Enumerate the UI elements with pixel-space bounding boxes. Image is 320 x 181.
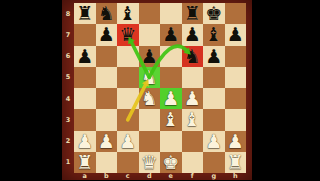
piece-black-p-b7[interactable]: ♟ [98,25,115,44]
piece-black-r-a8[interactable]: ♜ [76,4,93,23]
square-a2[interactable]: ♟ [74,131,96,152]
square-d8[interactable] [139,3,161,24]
rank-label-2: 2 [62,131,74,152]
square-d1[interactable]: ♛ [139,152,161,173]
square-f3[interactable]: ♝ [182,109,204,130]
square-g4[interactable] [203,88,225,109]
file-label-g: g [203,173,225,181]
piece-black-n-f6[interactable]: ♞ [184,47,201,66]
square-c5[interactable] [117,67,139,88]
piece-black-p-f7[interactable]: ♟ [184,25,201,44]
piece-black-k-g8[interactable]: ♚ [205,4,222,23]
square-d4[interactable]: ♞ [139,88,161,109]
square-b3[interactable] [96,109,118,130]
rank-labels: 87654321 [62,3,74,173]
square-h5[interactable] [225,67,247,88]
piece-white-p-e4[interactable]: ♟ [162,89,179,108]
square-f8[interactable]: ♜ [182,3,204,24]
square-f5[interactable] [182,67,204,88]
piece-white-q-d1[interactable]: ♛ [141,153,158,172]
square-f4[interactable]: ♟ [182,88,204,109]
square-g7[interactable]: ♝ [203,24,225,45]
rank-label-7: 7 [62,24,74,45]
file-label-a: a [74,173,96,181]
square-g6[interactable]: ♟ [203,46,225,67]
square-e6[interactable] [160,46,182,67]
square-b7[interactable]: ♟ [96,24,118,45]
square-a7[interactable] [74,24,96,45]
piece-black-p-h7[interactable]: ♟ [227,25,244,44]
piece-black-n-b8[interactable]: ♞ [98,4,115,23]
piece-white-p-b2[interactable]: ♟ [98,132,115,151]
piece-white-p-h2[interactable]: ♟ [227,132,244,151]
square-c4[interactable] [117,88,139,109]
square-d6[interactable]: ♟ [139,46,161,67]
square-h3[interactable] [225,109,247,130]
square-a6[interactable]: ♟ [74,46,96,67]
square-d5[interactable]: ♞ [139,67,161,88]
file-label-d: d [139,173,161,181]
file-label-b: b [96,173,118,181]
square-b2[interactable]: ♟ [96,131,118,152]
board-frame: 87654321 abcdefgh ♜♞♝♜♚♟♛♟♟♝♟♟♟♞♟♞♞♟♟♝♝♟… [62,0,252,180]
rank-label-6: 6 [62,46,74,67]
piece-white-n-d4[interactable]: ♞ [141,89,158,108]
square-h1[interactable]: ♜ [225,152,247,173]
square-a3[interactable] [74,109,96,130]
rank-label-1: 1 [62,152,74,173]
piece-black-b-g7[interactable]: ♝ [205,25,222,44]
file-label-h: h [225,173,247,181]
rank-label-8: 8 [62,3,74,24]
square-a1[interactable]: ♜ [74,152,96,173]
square-d3[interactable] [139,109,161,130]
square-a5[interactable] [74,67,96,88]
square-a8[interactable]: ♜ [74,3,96,24]
square-e7[interactable]: ♟ [160,24,182,45]
square-f2[interactable] [182,131,204,152]
piece-black-p-g6[interactable]: ♟ [205,47,222,66]
square-h2[interactable]: ♟ [225,131,247,152]
square-b1[interactable] [96,152,118,173]
square-a4[interactable] [74,88,96,109]
square-e2[interactable] [160,131,182,152]
square-f7[interactable]: ♟ [182,24,204,45]
piece-white-k-e1[interactable]: ♚ [162,153,179,172]
rank-label-4: 4 [62,88,74,109]
file-label-c: c [117,173,139,181]
square-e1[interactable]: ♚ [160,152,182,173]
square-g3[interactable] [203,109,225,130]
piece-black-p-a6[interactable]: ♟ [76,47,93,66]
piece-white-p-a2[interactable]: ♟ [76,132,93,151]
square-c3[interactable] [117,109,139,130]
piece-black-p-d6[interactable]: ♟ [141,47,158,66]
piece-white-p-f4[interactable]: ♟ [184,89,201,108]
piece-white-r-a1[interactable]: ♜ [76,153,93,172]
square-d2[interactable] [139,131,161,152]
square-f6[interactable]: ♞ [182,46,204,67]
square-f1[interactable] [182,152,204,173]
square-e5[interactable] [160,67,182,88]
square-d7[interactable] [139,24,161,45]
square-c1[interactable] [117,152,139,173]
square-h4[interactable] [225,88,247,109]
video-letterbox: 87654321 abcdefgh ♜♞♝♜♚♟♛♟♟♝♟♟♟♞♟♞♞♟♟♝♝♟… [0,0,320,180]
square-e3[interactable]: ♝ [160,109,182,130]
square-g8[interactable]: ♚ [203,3,225,24]
piece-white-b-e3[interactable]: ♝ [162,110,179,129]
square-c6[interactable] [117,46,139,67]
square-g2[interactable]: ♟ [203,131,225,152]
square-c7[interactable]: ♛ [117,24,139,45]
piece-white-n-d5[interactable]: ♞ [141,68,158,87]
square-e8[interactable] [160,3,182,24]
rank-label-5: 5 [62,67,74,88]
square-b6[interactable] [96,46,118,67]
piece-white-p-g2[interactable]: ♟ [205,132,222,151]
piece-white-r-h1[interactable]: ♜ [227,153,244,172]
piece-white-b-f3[interactable]: ♝ [184,110,201,129]
square-c2[interactable]: ♟ [117,131,139,152]
piece-black-p-e7[interactable]: ♟ [162,25,179,44]
piece-black-r-f8[interactable]: ♜ [184,4,201,23]
square-g1[interactable] [203,152,225,173]
square-b4[interactable] [96,88,118,109]
piece-black-q-c7[interactable]: ♛ [119,25,136,44]
piece-black-b-c8[interactable]: ♝ [119,4,136,23]
square-h6[interactable] [225,46,247,67]
chess-board: ♜♞♝♜♚♟♛♟♟♝♟♟♟♞♟♞♞♟♟♝♝♟♟♟♟♟♜♛♚♜ [74,3,246,173]
piece-white-p-c2[interactable]: ♟ [119,132,136,151]
square-g5[interactable] [203,67,225,88]
square-c8[interactable]: ♝ [117,3,139,24]
square-e4[interactable]: ♟ [160,88,182,109]
square-b5[interactable] [96,67,118,88]
square-h8[interactable] [225,3,247,24]
square-b8[interactable]: ♞ [96,3,118,24]
file-label-f: f [182,173,204,181]
rank-label-3: 3 [62,109,74,130]
file-labels: abcdefgh [74,173,246,181]
square-h7[interactable]: ♟ [225,24,247,45]
file-label-e: e [160,173,182,181]
